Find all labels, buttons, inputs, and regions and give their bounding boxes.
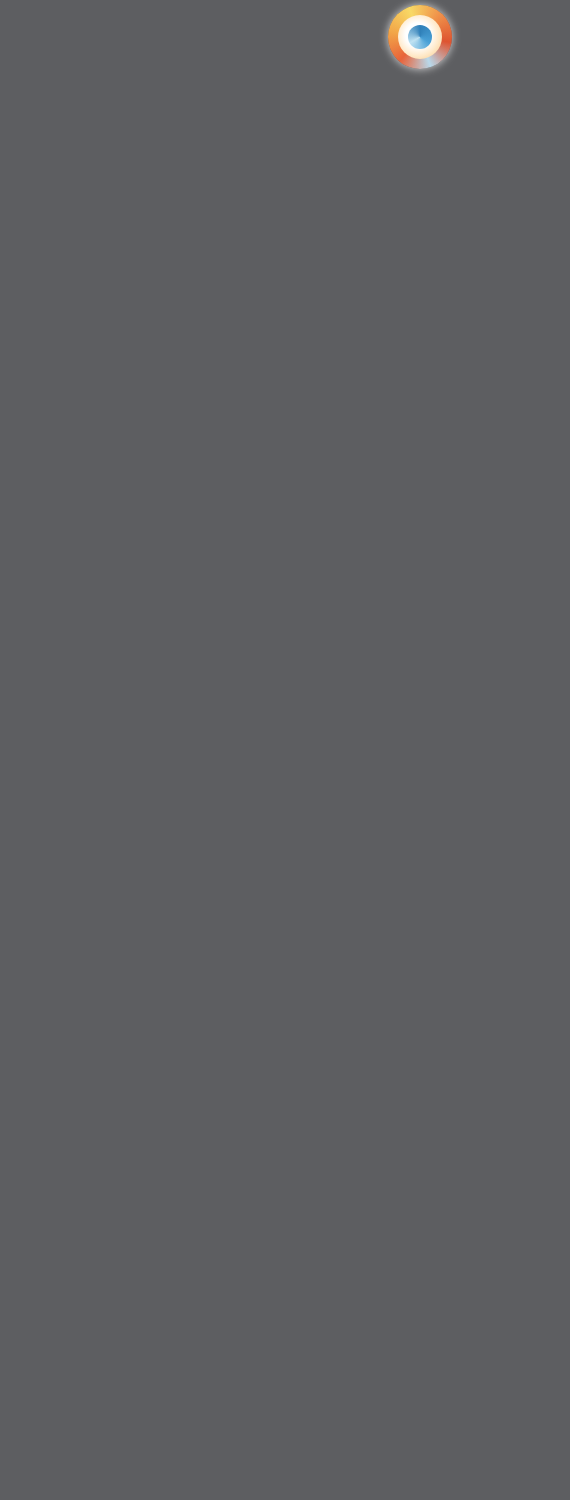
- connection-lines: [0, 0, 570, 1500]
- lottery-trend-page: { "site": {"name": "特区彩票网", "url": "www.…: [0, 0, 570, 1500]
- site-logo[interactable]: [388, 5, 457, 69]
- logo-swirl-icon: [388, 5, 452, 69]
- logo-swirl-core: [408, 25, 432, 49]
